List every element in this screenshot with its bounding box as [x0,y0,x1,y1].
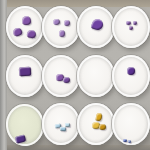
amethyst-gem [63,77,70,83]
gem-jar-r1c2 [42,6,80,48]
amethyst-gem [53,18,61,25]
blue-gem [128,140,131,143]
gem-jar-r3c1 [4,102,46,148]
gem-jar-r3c3 [77,103,115,145]
amethyst-gem [19,67,31,77]
amethyst-gem [59,30,65,37]
aquamarine-gem [65,123,70,127]
amethyst-gem [26,29,36,38]
amethyst-gem [64,20,70,26]
amethyst-gem [90,17,104,31]
blue-gem [123,139,127,142]
gem-jar-r1c1 [6,6,44,48]
amethyst-gem [133,21,137,25]
gem-jar-r3c4 [112,103,150,145]
amethyst-gem [127,67,135,75]
aquamarine-gem [60,127,66,132]
gem-jar-r2c3 [77,55,115,97]
gem-jar-r2c2 [42,55,80,97]
amethyst-gem [129,26,133,30]
gem-jar-r1c3 [77,6,115,48]
gem-jar-r2c1 [6,55,44,97]
gem-jar-r1c4 [112,6,150,48]
citrine-gem [95,113,102,122]
amethyst-gem [15,134,26,143]
citrine-gem [99,124,106,130]
gem-jar-r2c4 [112,55,150,97]
amethyst-gem [22,16,31,25]
gem-jar-r3c2 [42,103,80,145]
gem-tray-photo [0,0,150,150]
amethyst-gem [12,27,23,37]
amethyst-gem [126,21,131,25]
